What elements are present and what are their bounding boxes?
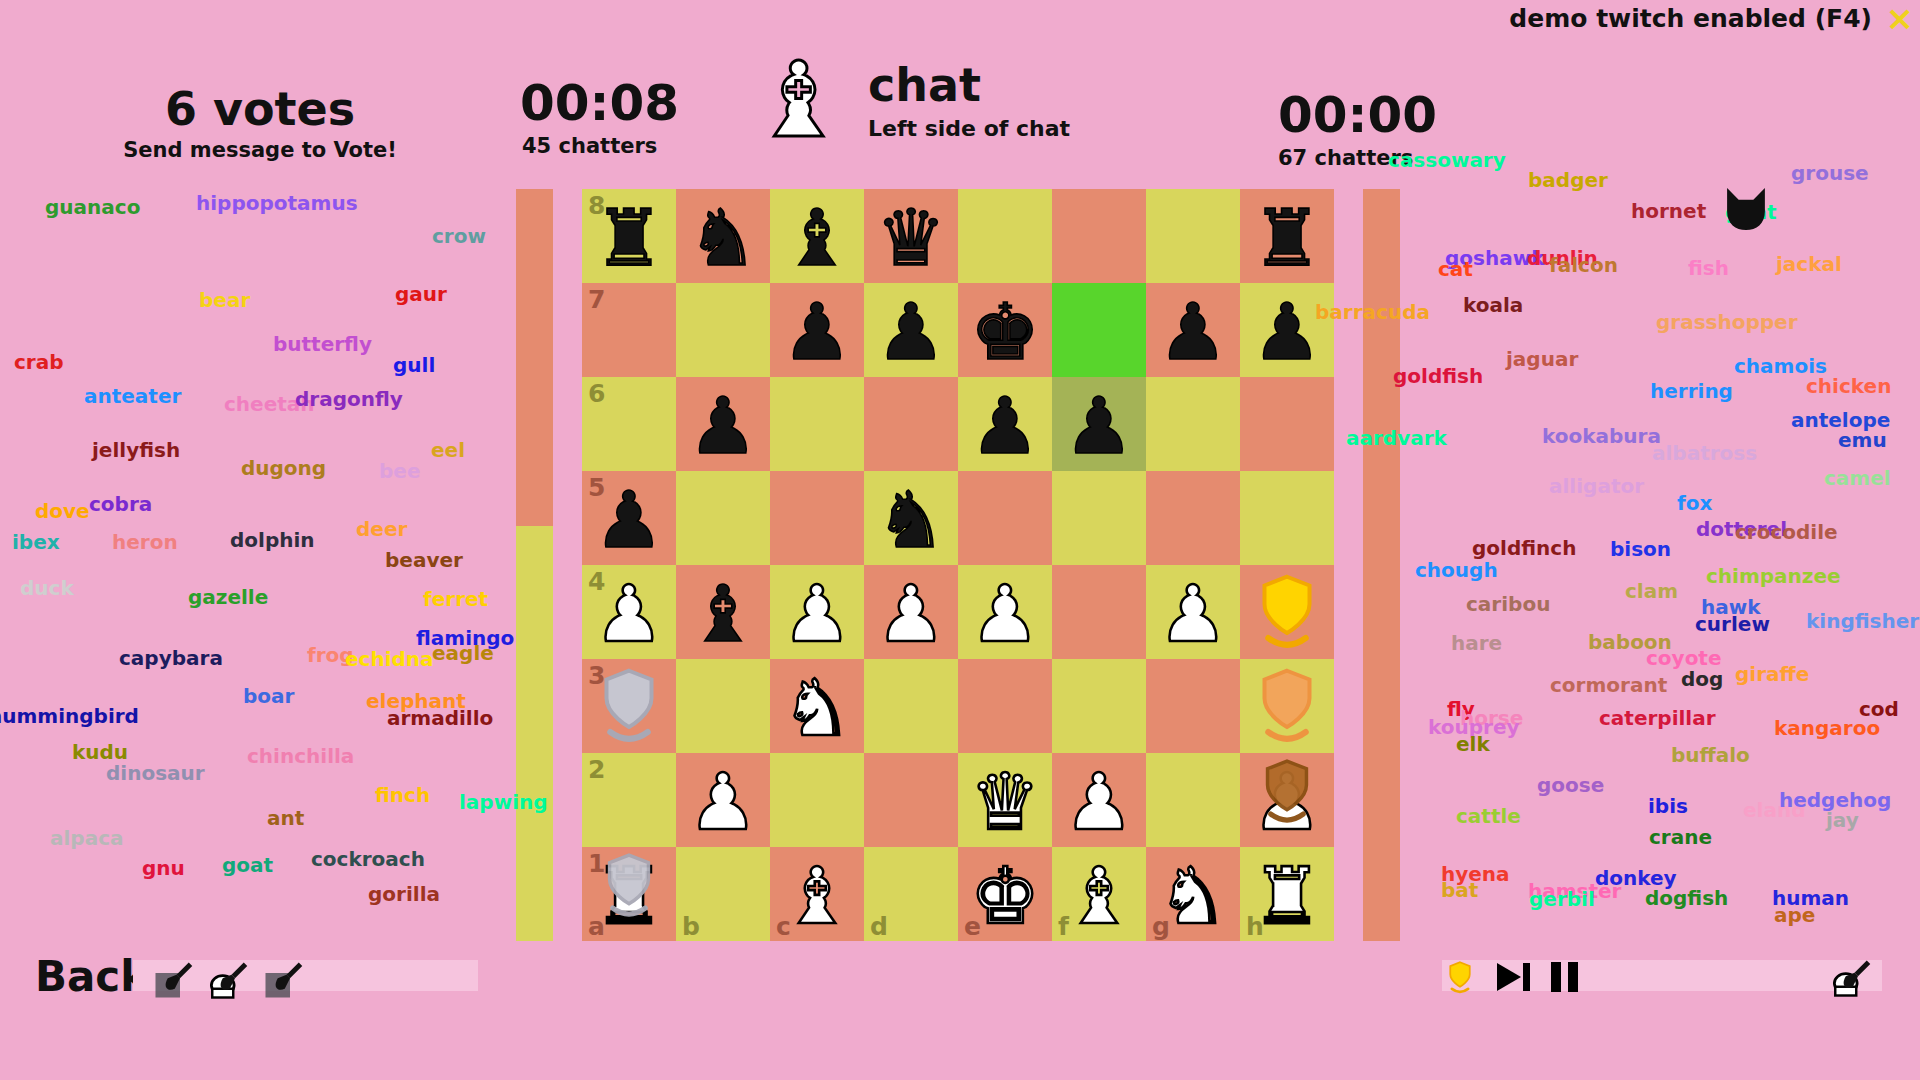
square-g6[interactable] [1146, 377, 1240, 471]
chatter-name-dogfish: dogfish [1645, 886, 1728, 910]
rank-label: 2 [588, 755, 605, 784]
chatter-name-goat: goat [222, 853, 273, 877]
left-team-chatters-count: 45 chatters [522, 134, 657, 158]
left-team-timer: 00:08 [520, 74, 679, 132]
chatter-name-dugong: dugong [241, 456, 326, 480]
chatter-name-chimpanzee: chimpanzee [1706, 564, 1841, 588]
chatter-name-bee: bee [379, 459, 420, 483]
chatter-name-jaguar: jaguar [1506, 347, 1578, 371]
square-d1[interactable]: d [864, 847, 958, 941]
square-b5[interactable] [676, 471, 770, 565]
chatter-name-caribou: caribou [1466, 592, 1550, 616]
square-h7[interactable]: ♟ [1240, 283, 1334, 377]
square-d3[interactable] [864, 659, 958, 753]
chatter-name-deer: deer [356, 517, 407, 541]
chatter-name-heron: heron [112, 530, 178, 554]
chatter-name-cobra: cobra [89, 492, 152, 516]
chatter-name-falcon: falcon [1549, 253, 1618, 277]
chatter-name-gull: gull [393, 353, 435, 377]
black-pawn: ♟ [958, 377, 1052, 471]
chatter-name-cat: cat [1438, 257, 1473, 281]
square-d6[interactable] [864, 377, 958, 471]
square-g2[interactable] [1146, 753, 1240, 847]
black-rook: ♜ [1240, 189, 1334, 283]
square-h2[interactable]: ♟ [1240, 753, 1334, 847]
square-h3[interactable] [1240, 659, 1334, 753]
chatter-name-cockroach: cockroach [311, 847, 425, 871]
chatter-name-albatross: albatross [1652, 441, 1757, 465]
square-f8[interactable] [1052, 189, 1146, 283]
black-bishop: ♝ [770, 189, 864, 283]
chatter-name-elk: elk [1456, 732, 1490, 756]
square-h8[interactable]: ♜ [1240, 189, 1334, 283]
chatter-name-crow: crow [432, 224, 486, 248]
chatter-name-dinosaur: dinosaur [106, 761, 205, 785]
chatter-name-fish: fish [1688, 256, 1729, 280]
left-vote-bar [516, 189, 553, 941]
silver-shield-on-piece-icon [603, 853, 655, 920]
black-queen: ♛ [864, 189, 958, 283]
white-pawn: ♟ [958, 565, 1052, 659]
chatter-name-finch: finch [375, 783, 430, 807]
white-pawn: ♟ [770, 565, 864, 659]
chat-team-title: chat [868, 58, 981, 112]
square-f2[interactable]: ♟ [1052, 753, 1146, 847]
black-king: ♚ [958, 283, 1052, 377]
white-pawn: ♟ [582, 565, 676, 659]
square-g5[interactable] [1146, 471, 1240, 565]
chatter-name-hare: hare [1451, 631, 1502, 655]
white-queen: ♛ [958, 753, 1052, 847]
chatter-name-cormorant: cormorant [1550, 673, 1667, 697]
chatter-name-beaver: beaver [385, 548, 463, 572]
chatter-name-armadillo: armadillo [387, 706, 493, 730]
chatter-name-eel: eel [431, 438, 465, 462]
square-a4[interactable]: 4♟ [582, 565, 676, 659]
chatter-name-jay: jay [1826, 808, 1859, 832]
white-bishop-icon: ♝ [752, 40, 845, 160]
chatter-name-duck: duck [20, 576, 74, 600]
chatter-name-gerbil: gerbil [1529, 887, 1595, 911]
chatter-name-crane: crane [1649, 825, 1712, 849]
chatter-name-clam: clam [1625, 579, 1678, 603]
chatter-name-gazelle: gazelle [188, 585, 268, 609]
square-d7[interactable]: ♟ [864, 283, 958, 377]
chatter-name-hippopotamus: hippopotamus [196, 191, 358, 215]
chatter-name-bison: bison [1610, 537, 1671, 561]
black-rook: ♜ [582, 189, 676, 283]
chatter-name-dog: dog [1681, 667, 1723, 691]
square-c8[interactable]: ♝ [770, 189, 864, 283]
square-g4[interactable]: ♟ [1146, 565, 1240, 659]
square-d2[interactable] [864, 753, 958, 847]
chatter-name-goldfinch: goldfinch [1472, 536, 1576, 560]
chatter-name-gorilla: gorilla [368, 882, 440, 906]
square-f5[interactable] [1052, 471, 1146, 565]
black-knight: ♞ [676, 189, 770, 283]
square-a2[interactable]: 2 [582, 753, 676, 847]
white-pawn: ♟ [676, 753, 770, 847]
votes-count: 6 votes [120, 82, 400, 136]
square-a8[interactable]: 8♜ [582, 189, 676, 283]
file-label: d [870, 912, 888, 941]
square-b3[interactable] [676, 659, 770, 753]
square-g3[interactable] [1146, 659, 1240, 753]
square-e7[interactable]: ♚ [958, 283, 1052, 377]
chatter-name-buffalo: buffalo [1671, 743, 1750, 767]
chatter-name-giraffe: giraffe [1735, 662, 1809, 686]
shield-powerup-icon[interactable] [1447, 961, 1473, 995]
black-pawn: ♟ [1052, 377, 1146, 471]
paint-dark-square-icon[interactable] [152, 958, 194, 1002]
black-bishop: ♝ [676, 565, 770, 659]
silver-shield-powerup-icon [599, 668, 659, 746]
chatter-name-jellyfish: jellyfish [92, 438, 180, 462]
chatter-name-lapwing: lapwing [459, 790, 548, 814]
chatter-name-alpaca: alpaca [50, 826, 124, 850]
chatter-name-dragonfly: dragonfly [295, 387, 403, 411]
chatter-name-ant: ant [267, 806, 304, 830]
paint-dark-square-icon[interactable] [262, 958, 304, 1002]
chatter-name-gnu: gnu [142, 856, 185, 880]
square-g1[interactable]: g♞ [1146, 847, 1240, 941]
chatter-name-capybara: capybara [119, 646, 223, 670]
pause-icon[interactable] [1551, 962, 1579, 992]
square-c4[interactable]: ♟ [770, 565, 864, 659]
white-bishop: ♝ [1052, 847, 1146, 941]
chatter-name-aardvark: aardvark [1346, 426, 1447, 450]
chat-team-subtitle: Left side of chat [868, 116, 1070, 141]
square-b2[interactable]: ♟ [676, 753, 770, 847]
black-pawn: ♟ [1146, 283, 1240, 377]
square-a6[interactable]: 6 [582, 377, 676, 471]
chatter-name-kookabura: kookabura [1542, 424, 1661, 448]
square-b4[interactable]: ♝ [676, 565, 770, 659]
black-pawn: ♟ [864, 283, 958, 377]
gold-shield-powerup-icon [1257, 574, 1317, 652]
black-pawn: ♟ [770, 283, 864, 377]
chatter-name-grouse: grouse [1791, 161, 1869, 185]
square-h1[interactable]: h♜ [1240, 847, 1334, 941]
white-knight: ♞ [770, 659, 864, 753]
square-h4[interactable] [1240, 565, 1334, 659]
chatter-name-ibis: ibis [1648, 794, 1688, 818]
square-h5[interactable] [1240, 471, 1334, 565]
square-f3[interactable] [1052, 659, 1146, 753]
orange-shield-powerup-icon [1257, 668, 1317, 746]
vote-bar-segment [516, 526, 553, 941]
square-b1[interactable]: b [676, 847, 770, 941]
brown-shield-on-piece-icon [1261, 759, 1313, 826]
square-a3[interactable]: 3 [582, 659, 676, 753]
square-f1[interactable]: f♝ [1052, 847, 1146, 941]
black-pawn: ♟ [676, 377, 770, 471]
chatter-name-curlew: curlew [1695, 612, 1770, 636]
close-icon[interactable]: × [1886, 0, 1915, 36]
chatter-name-dove: dove [35, 499, 90, 523]
chatter-name-ibex: ibex [12, 530, 60, 554]
square-d5[interactable]: ♞ [864, 471, 958, 565]
black-pawn: ♟ [1240, 283, 1334, 377]
black-knight: ♞ [864, 471, 958, 565]
square-h6[interactable] [1240, 377, 1334, 471]
chatter-name-jackal: jackal [1776, 252, 1842, 276]
square-e8[interactable] [958, 189, 1052, 283]
square-c3[interactable]: ♞ [770, 659, 864, 753]
chatter-name-cattle: cattle [1456, 804, 1521, 828]
chatter-name-alligator: alligator [1549, 474, 1644, 498]
chatter-name-koala: koala [1463, 293, 1523, 317]
chatter-name-chough: chough [1415, 558, 1498, 582]
white-rook: ♜ [1240, 847, 1334, 941]
chatter-name-crocodile: crocodile [1735, 520, 1838, 544]
vote-bar-segment [516, 189, 553, 526]
square-e4[interactable]: ♟ [958, 565, 1052, 659]
chatter-name-herring: herring [1650, 379, 1733, 403]
chatter-name-caterpillar: caterpillar [1599, 706, 1716, 730]
square-g7[interactable]: ♟ [1146, 283, 1240, 377]
square-c6[interactable] [770, 377, 864, 471]
chatter-name-grasshopper: grasshopper [1656, 310, 1798, 334]
back-button[interactable]: Back [35, 952, 148, 1001]
white-king: ♚ [958, 847, 1052, 941]
chatter-name-echidna: echidna [345, 647, 434, 671]
chatter-name-kingfisher: kingfisher [1806, 609, 1919, 633]
demo-twitch-enabled-label: demo twitch enabled (F4) [1509, 4, 1872, 33]
square-b6[interactable]: ♟ [676, 377, 770, 471]
chatter-name-cod: cod [1859, 697, 1899, 721]
right-team-timer: 00:00 [1278, 86, 1437, 144]
white-knight: ♞ [1146, 847, 1240, 941]
square-d4[interactable]: ♟ [864, 565, 958, 659]
square-b8[interactable]: ♞ [676, 189, 770, 283]
square-f4[interactable] [1052, 565, 1146, 659]
chatter-name-hornet: hornet [1631, 199, 1706, 223]
chatter-name-flamingo: flamingo [416, 626, 514, 650]
square-a1[interactable]: 1a♜ [582, 847, 676, 941]
chatter-name-bat: bat [1441, 878, 1478, 902]
white-pawn: ♟ [1052, 753, 1146, 847]
chatter-name-hummingbird: hummingbird [0, 704, 139, 728]
chatter-name-gaur: gaur [395, 282, 447, 306]
square-g8[interactable] [1146, 189, 1240, 283]
white-pawn: ♟ [864, 565, 958, 659]
paint-white-piece-icon[interactable] [207, 958, 249, 1002]
white-bishop: ♝ [770, 847, 864, 941]
monstercat-icon [1725, 186, 1767, 232]
square-c2[interactable] [770, 753, 864, 847]
chatter-name-chicken: chicken [1806, 374, 1891, 398]
skip-next-icon[interactable] [1497, 963, 1533, 991]
chatter-name-bear: bear [199, 288, 250, 312]
chatter-name-badger: badger [1528, 168, 1608, 192]
chatter-name-fox: fox [1677, 491, 1712, 515]
white-pawn: ♟ [1146, 565, 1240, 659]
chatter-name-crab: crab [14, 350, 64, 374]
square-e2[interactable]: ♛ [958, 753, 1052, 847]
chatter-name-goldfish: goldfish [1393, 364, 1483, 388]
chatter-name-dolphin: dolphin [230, 528, 315, 552]
chatter-name-butterfly: butterfly [273, 332, 372, 356]
chatter-name-camel: camel [1824, 466, 1891, 490]
square-e6[interactable]: ♟ [958, 377, 1052, 471]
square-e3[interactable] [958, 659, 1052, 753]
chatter-name-ferret: ferret [423, 587, 488, 611]
square-f6[interactable]: ♟ [1052, 377, 1146, 471]
file-label: b [682, 912, 700, 941]
chatter-name-boar: boar [243, 684, 294, 708]
votes-instruction: Send message to Vote! [85, 138, 435, 162]
chatter-name-guanaco: guanaco [45, 195, 140, 219]
square-a7[interactable]: 7 [582, 283, 676, 377]
chess-board[interactable]: 8♜♞♝♛♜7♟♟♚♟♟6♟♟♟5♟♞4♟♝♟♟♟♟3♞2♟♛♟♟1a♜bc♝d… [582, 189, 1334, 941]
chatter-name-anteater: anteater [84, 384, 181, 408]
chatter-name-cassowary: cassowary [1388, 148, 1506, 172]
chatter-name-emu: emu [1838, 428, 1887, 452]
square-c1[interactable]: c♝ [770, 847, 864, 941]
square-c5[interactable] [770, 471, 864, 565]
chatter-name-ape: ape [1774, 903, 1815, 927]
chatter-name-chinchilla: chinchilla [247, 744, 354, 768]
chatter-name-goose: goose [1537, 773, 1604, 797]
rank-label: 7 [588, 285, 605, 314]
rank-label: 6 [588, 379, 605, 408]
paint-white-piece-icon[interactable] [1830, 956, 1872, 1000]
square-f7[interactable] [1052, 283, 1146, 377]
square-e1[interactable]: e♚ [958, 847, 1052, 941]
square-e5[interactable] [958, 471, 1052, 565]
chatter-name-barracuda: barracuda [1315, 300, 1430, 324]
square-c7[interactable]: ♟ [770, 283, 864, 377]
black-pawn: ♟ [582, 471, 676, 565]
square-b7[interactable] [676, 283, 770, 377]
square-a5[interactable]: 5♟ [582, 471, 676, 565]
square-d8[interactable]: ♛ [864, 189, 958, 283]
